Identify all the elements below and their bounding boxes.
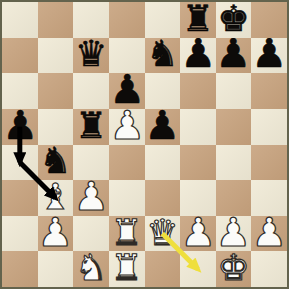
square-f8[interactable]: ♜ bbox=[180, 2, 216, 38]
square-d3[interactable] bbox=[109, 180, 145, 216]
piece-white-pawn[interactable]: ♟ bbox=[180, 216, 216, 252]
square-b6[interactable] bbox=[38, 73, 74, 109]
square-a4[interactable] bbox=[2, 145, 38, 181]
square-g3[interactable] bbox=[216, 180, 252, 216]
square-g5[interactable] bbox=[216, 109, 252, 145]
square-e8[interactable] bbox=[145, 2, 181, 38]
square-h2[interactable]: ♟ bbox=[251, 216, 287, 252]
square-b4[interactable]: ♞ bbox=[38, 145, 74, 181]
square-h3[interactable] bbox=[251, 180, 287, 216]
piece-black-knight[interactable]: ♞ bbox=[146, 38, 178, 73]
square-c6[interactable] bbox=[73, 73, 109, 109]
square-g6[interactable] bbox=[216, 73, 252, 109]
square-f4[interactable] bbox=[180, 145, 216, 181]
square-e4[interactable] bbox=[145, 145, 181, 181]
square-d5[interactable]: ♟ bbox=[109, 109, 145, 145]
square-a3[interactable] bbox=[2, 180, 38, 216]
square-d8[interactable] bbox=[109, 2, 145, 38]
square-a8[interactable] bbox=[2, 2, 38, 38]
square-d7[interactable] bbox=[109, 38, 145, 74]
square-a7[interactable] bbox=[2, 38, 38, 74]
piece-black-pawn[interactable]: ♟ bbox=[216, 38, 252, 74]
square-h4[interactable] bbox=[251, 145, 287, 181]
piece-black-king[interactable]: ♚ bbox=[217, 2, 249, 37]
piece-white-pawn[interactable]: ♟ bbox=[251, 216, 287, 252]
piece-black-pawn[interactable]: ♟ bbox=[251, 38, 287, 74]
square-b5[interactable] bbox=[38, 109, 74, 145]
square-a6[interactable] bbox=[2, 73, 38, 109]
piece-black-rook[interactable]: ♜ bbox=[182, 2, 214, 37]
square-c2[interactable] bbox=[73, 216, 109, 252]
piece-white-pawn[interactable]: ♟ bbox=[73, 180, 109, 216]
piece-black-queen[interactable]: ♛ bbox=[75, 38, 107, 73]
piece-black-pawn[interactable]: ♟ bbox=[2, 109, 38, 145]
square-g2[interactable]: ♟ bbox=[216, 216, 252, 252]
square-c8[interactable] bbox=[73, 2, 109, 38]
square-e7[interactable]: ♞ bbox=[145, 38, 181, 74]
square-b8[interactable] bbox=[38, 2, 74, 38]
square-g7[interactable]: ♟ bbox=[216, 38, 252, 74]
square-f3[interactable] bbox=[180, 180, 216, 216]
piece-white-rook[interactable]: ♜ bbox=[111, 216, 143, 251]
piece-white-knight[interactable]: ♞ bbox=[75, 251, 107, 286]
square-a1[interactable] bbox=[2, 251, 38, 287]
square-h1[interactable] bbox=[251, 251, 287, 287]
piece-black-knight[interactable]: ♞ bbox=[39, 145, 71, 180]
square-h6[interactable] bbox=[251, 73, 287, 109]
piece-white-bishop[interactable]: ♝ bbox=[39, 180, 71, 215]
piece-black-pawn[interactable]: ♟ bbox=[109, 73, 145, 109]
square-b2[interactable]: ♟ bbox=[38, 216, 74, 252]
square-e1[interactable] bbox=[145, 251, 181, 287]
piece-black-pawn[interactable]: ♟ bbox=[145, 109, 181, 145]
chess-board: ♜♚♛♞♟♟♟♟♟♜♟♟♞♝♟♟♜♛♟♟♟♞♜♚ bbox=[0, 0, 289, 289]
board-grid: ♜♚♛♞♟♟♟♟♟♜♟♟♞♝♟♟♜♛♟♟♟♞♜♚ bbox=[2, 2, 287, 287]
square-g1[interactable]: ♚ bbox=[216, 251, 252, 287]
square-d4[interactable] bbox=[109, 145, 145, 181]
square-e6[interactable] bbox=[145, 73, 181, 109]
square-b7[interactable] bbox=[38, 38, 74, 74]
square-d6[interactable]: ♟ bbox=[109, 73, 145, 109]
square-f6[interactable] bbox=[180, 73, 216, 109]
square-e2[interactable]: ♛ bbox=[145, 216, 181, 252]
square-h8[interactable] bbox=[251, 2, 287, 38]
square-g4[interactable] bbox=[216, 145, 252, 181]
square-c4[interactable] bbox=[73, 145, 109, 181]
piece-black-pawn[interactable]: ♟ bbox=[180, 38, 216, 74]
piece-white-pawn[interactable]: ♟ bbox=[38, 216, 74, 252]
piece-white-pawn[interactable]: ♟ bbox=[109, 109, 145, 145]
square-h5[interactable] bbox=[251, 109, 287, 145]
square-a2[interactable] bbox=[2, 216, 38, 252]
piece-white-king[interactable]: ♚ bbox=[217, 251, 249, 286]
square-d1[interactable]: ♜ bbox=[109, 251, 145, 287]
piece-white-rook[interactable]: ♜ bbox=[111, 251, 143, 286]
square-f1[interactable] bbox=[180, 251, 216, 287]
square-f2[interactable]: ♟ bbox=[180, 216, 216, 252]
piece-white-pawn[interactable]: ♟ bbox=[216, 216, 252, 252]
square-f5[interactable] bbox=[180, 109, 216, 145]
square-a5[interactable]: ♟ bbox=[2, 109, 38, 145]
square-c5[interactable]: ♜ bbox=[73, 109, 109, 145]
square-c3[interactable]: ♟ bbox=[73, 180, 109, 216]
piece-white-queen[interactable]: ♛ bbox=[146, 216, 178, 251]
square-c1[interactable]: ♞ bbox=[73, 251, 109, 287]
square-b3[interactable]: ♝ bbox=[38, 180, 74, 216]
piece-black-rook[interactable]: ♜ bbox=[75, 109, 107, 144]
square-e3[interactable] bbox=[145, 180, 181, 216]
square-f7[interactable]: ♟ bbox=[180, 38, 216, 74]
square-h7[interactable]: ♟ bbox=[251, 38, 287, 74]
square-b1[interactable] bbox=[38, 251, 74, 287]
square-e5[interactable]: ♟ bbox=[145, 109, 181, 145]
square-d2[interactable]: ♜ bbox=[109, 216, 145, 252]
square-g8[interactable]: ♚ bbox=[216, 2, 252, 38]
square-c7[interactable]: ♛ bbox=[73, 38, 109, 74]
